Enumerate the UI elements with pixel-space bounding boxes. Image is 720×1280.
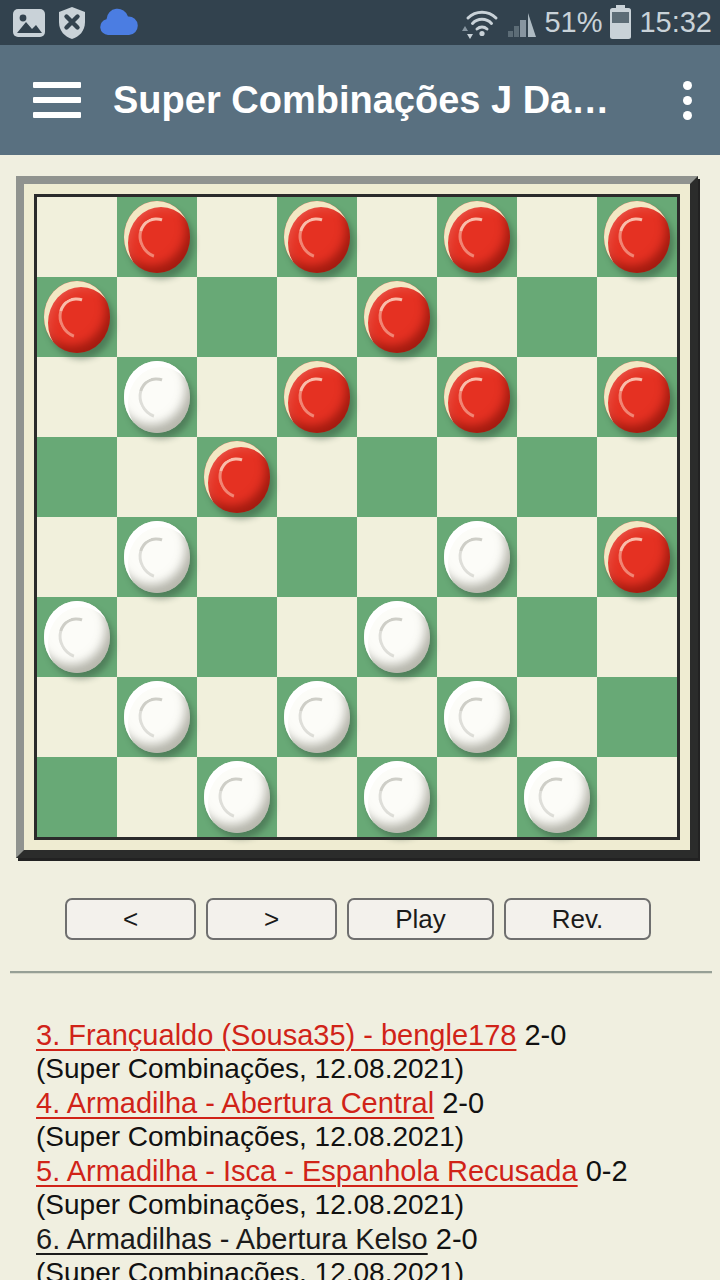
white-checker-piece[interactable] (124, 521, 190, 593)
square-r2c2[interactable] (197, 357, 277, 437)
game-source: (Super Combinações, 12.08.2021) (36, 1188, 700, 1221)
game-title-line: 6. Armadilhas - Abertura Kelso 2-0 (36, 1222, 700, 1256)
square-r5c1[interactable] (117, 597, 197, 677)
status-bar: 51% 15:32 (0, 0, 720, 45)
red-checker-piece[interactable] (604, 361, 670, 433)
screen: 51% 15:32 Super Combinações J Da… < > P (0, 0, 720, 1280)
square-r5c7[interactable] (597, 597, 677, 677)
signal-icon (507, 7, 537, 39)
square-r5c6[interactable] (517, 597, 597, 677)
square-r2c1[interactable] (117, 357, 197, 437)
rev-button[interactable]: Rev. (504, 898, 651, 940)
square-r1c5[interactable] (437, 277, 517, 357)
status-icons-left (12, 6, 138, 40)
controls: < > Play Rev. (0, 898, 720, 940)
game-score: 0-2 (578, 1155, 628, 1187)
app-title: Super Combinações J Da… (113, 79, 677, 122)
square-r7c0[interactable] (37, 757, 117, 837)
white-checker-piece[interactable] (124, 361, 190, 433)
prev-move-button[interactable]: < (65, 898, 196, 940)
game-title-line: 4. Armadilha - Abertura Central 2-0 (36, 1086, 700, 1120)
square-r0c5[interactable] (437, 197, 517, 277)
white-checker-piece[interactable] (44, 601, 110, 673)
square-r1c3[interactable] (277, 277, 357, 357)
red-checker-piece[interactable] (444, 361, 510, 433)
square-r7c7[interactable] (597, 757, 677, 837)
square-r6c1[interactable] (117, 677, 197, 757)
game-title-line: 3. Françualdo (Sousa35) - bengle178 2-0 (36, 1018, 700, 1052)
square-r6c0[interactable] (37, 677, 117, 757)
board-grid (34, 194, 680, 840)
game-source: (Super Combinações, 12.08.2021) (36, 1052, 700, 1085)
square-r7c6[interactable] (517, 757, 597, 837)
square-r2c3[interactable] (277, 357, 357, 437)
square-r2c0[interactable] (37, 357, 117, 437)
square-r4c0[interactable] (37, 517, 117, 597)
white-checker-piece[interactable] (364, 601, 430, 673)
game-item: 6. Armadilhas - Abertura Kelso 2-0(Super… (36, 1222, 700, 1280)
square-r7c1[interactable] (117, 757, 197, 837)
battery-icon (609, 5, 632, 40)
game-item: 3. Françualdo (Sousa35) - bengle178 2-0(… (36, 1018, 700, 1085)
square-r2c5[interactable] (437, 357, 517, 437)
square-r2c4[interactable] (357, 357, 437, 437)
next-move-button[interactable]: > (206, 898, 337, 940)
square-r2c6[interactable] (517, 357, 597, 437)
square-r0c3[interactable] (277, 197, 357, 277)
game-link[interactable]: 3. Françualdo (Sousa35) - bengle178 (36, 1019, 516, 1051)
games-list: 3. Françualdo (Sousa35) - bengle178 2-0(… (0, 974, 720, 1280)
game-link[interactable]: 4. Armadilha - Abertura Central (36, 1087, 434, 1119)
square-r0c7[interactable] (597, 197, 677, 277)
overflow-menu-icon[interactable] (677, 77, 698, 124)
red-checker-piece[interactable] (204, 441, 270, 513)
square-r6c5[interactable] (437, 677, 517, 757)
square-r4c2[interactable] (197, 517, 277, 597)
game-score: 2-0 (434, 1087, 484, 1119)
square-r6c7[interactable] (597, 677, 677, 757)
square-r2c7[interactable] (597, 357, 677, 437)
square-r4c4[interactable] (357, 517, 437, 597)
square-r1c4[interactable] (357, 277, 437, 357)
menu-icon[interactable] (33, 82, 81, 118)
white-checker-piece[interactable] (444, 681, 510, 753)
white-checker-piece[interactable] (204, 761, 270, 833)
white-checker-piece[interactable] (124, 681, 190, 753)
white-checker-piece[interactable] (364, 761, 430, 833)
square-r1c1[interactable] (117, 277, 197, 357)
play-button[interactable]: Play (347, 898, 494, 940)
game-score: 2-0 (428, 1223, 478, 1255)
game-source: (Super Combinações, 12.08.2021) (36, 1256, 700, 1280)
square-r4c7[interactable] (597, 517, 677, 597)
game-item: 4. Armadilha - Abertura Central 2-0(Supe… (36, 1086, 700, 1153)
red-checker-piece[interactable] (604, 521, 670, 593)
square-r0c2[interactable] (197, 197, 277, 277)
square-r1c2[interactable] (197, 277, 277, 357)
square-r7c2[interactable] (197, 757, 277, 837)
red-checker-piece[interactable] (444, 201, 510, 273)
square-r1c0[interactable] (37, 277, 117, 357)
square-r1c7[interactable] (597, 277, 677, 357)
board-frame (16, 176, 698, 858)
square-r5c2[interactable] (197, 597, 277, 677)
square-r0c1[interactable] (117, 197, 197, 277)
square-r4c1[interactable] (117, 517, 197, 597)
white-checker-piece[interactable] (444, 521, 510, 593)
square-r3c6[interactable] (517, 437, 597, 517)
square-r7c4[interactable] (357, 757, 437, 837)
gallery-icon (12, 7, 46, 39)
square-r6c3[interactable] (277, 677, 357, 757)
square-r3c3[interactable] (277, 437, 357, 517)
square-r5c4[interactable] (357, 597, 437, 677)
square-r1c6[interactable] (517, 277, 597, 357)
game-title-line: 5. Armadilha - Isca - Espanhola Recusada… (36, 1154, 700, 1188)
red-checker-piece[interactable] (284, 201, 350, 273)
square-r6c4[interactable] (357, 677, 437, 757)
square-r3c7[interactable] (597, 437, 677, 517)
square-r0c6[interactable] (517, 197, 597, 277)
red-checker-piece[interactable] (604, 201, 670, 273)
red-checker-piece[interactable] (44, 281, 110, 353)
square-r5c3[interactable] (277, 597, 357, 677)
game-source: (Super Combinações, 12.08.2021) (36, 1120, 700, 1153)
red-checker-piece[interactable] (364, 281, 430, 353)
wifi-icon (460, 6, 500, 40)
square-r6c6[interactable] (517, 677, 597, 757)
white-checker-piece[interactable] (524, 761, 590, 833)
square-r7c3[interactable] (277, 757, 357, 837)
square-r0c0[interactable] (37, 197, 117, 277)
white-checker-piece[interactable] (284, 681, 350, 753)
square-r4c3[interactable] (277, 517, 357, 597)
square-r3c5[interactable] (437, 437, 517, 517)
game-link[interactable]: 6. Armadilhas - Abertura Kelso (36, 1223, 428, 1255)
square-r4c6[interactable] (517, 517, 597, 597)
clock: 15:32 (639, 6, 712, 39)
red-checker-piece[interactable] (124, 201, 190, 273)
square-r3c4[interactable] (357, 437, 437, 517)
status-icons-right: 51% 15:32 (460, 5, 712, 40)
square-r3c1[interactable] (117, 437, 197, 517)
game-item: 5. Armadilha - Isca - Espanhola Recusada… (36, 1154, 700, 1221)
square-r3c0[interactable] (37, 437, 117, 517)
square-r5c0[interactable] (37, 597, 117, 677)
game-score: 2-0 (516, 1019, 566, 1051)
square-r7c5[interactable] (437, 757, 517, 837)
shield-x-icon (57, 6, 87, 40)
red-checker-piece[interactable] (284, 361, 350, 433)
square-r3c2[interactable] (197, 437, 277, 517)
square-r6c2[interactable] (197, 677, 277, 757)
battery-percent: 51% (544, 6, 602, 39)
square-r0c4[interactable] (357, 197, 437, 277)
square-r4c5[interactable] (437, 517, 517, 597)
app-bar: Super Combinações J Da… (0, 45, 720, 155)
cloud-icon (98, 8, 138, 38)
square-r5c5[interactable] (437, 597, 517, 677)
game-link[interactable]: 5. Armadilha - Isca - Espanhola Recusada (36, 1155, 578, 1187)
